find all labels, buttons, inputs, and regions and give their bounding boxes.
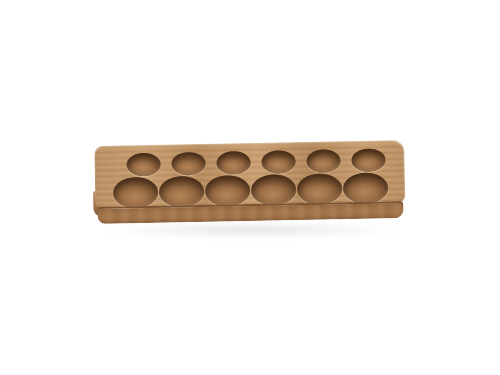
pit-bottom-4[interactable] bbox=[251, 174, 297, 206]
pit-bottom-6[interactable] bbox=[343, 172, 389, 204]
pit-top-2[interactable] bbox=[171, 152, 205, 176]
mancala-board-photo bbox=[0, 0, 500, 375]
pit-bottom-1[interactable] bbox=[113, 177, 159, 209]
board-top-surface bbox=[94, 140, 405, 209]
pit-bottom-3[interactable] bbox=[205, 175, 251, 207]
pit-top-3[interactable] bbox=[216, 151, 250, 175]
pit-top-1[interactable] bbox=[126, 153, 160, 177]
pit-top-5[interactable] bbox=[306, 149, 340, 173]
pit-bottom-2[interactable] bbox=[159, 176, 205, 208]
pit-top-4[interactable] bbox=[261, 150, 295, 174]
mancala-board bbox=[94, 140, 406, 228]
pit-bottom-5[interactable] bbox=[297, 173, 343, 205]
pit-top-6[interactable] bbox=[351, 148, 385, 172]
